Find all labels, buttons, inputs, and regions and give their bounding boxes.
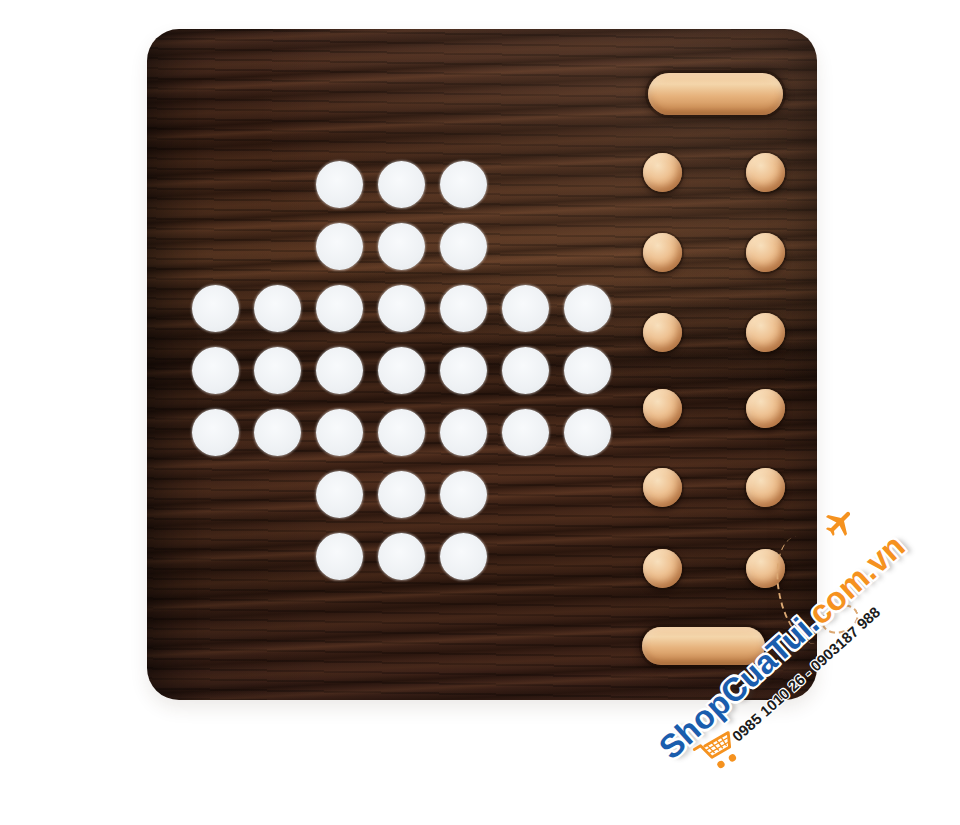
stored-peg-ball	[643, 153, 682, 192]
stored-peg-ball	[643, 313, 682, 352]
empty-hole	[192, 409, 239, 456]
empty-hole	[192, 347, 239, 394]
empty-hole	[378, 471, 425, 518]
stored-peg-ball	[746, 313, 785, 352]
empty-hole	[440, 223, 487, 270]
empty-hole	[378, 285, 425, 332]
stored-peg-ball	[746, 233, 785, 272]
empty-hole	[378, 533, 425, 580]
stored-peg-ball	[643, 233, 682, 272]
empty-hole	[316, 285, 363, 332]
empty-hole	[378, 223, 425, 270]
capsule-peg-slot-top	[648, 73, 783, 115]
empty-hole	[316, 533, 363, 580]
solitaire-board	[147, 29, 817, 700]
empty-hole	[502, 409, 549, 456]
empty-hole	[564, 285, 611, 332]
empty-hole	[316, 347, 363, 394]
empty-hole	[440, 285, 487, 332]
empty-hole	[440, 533, 487, 580]
empty-hole	[378, 161, 425, 208]
empty-hole	[316, 161, 363, 208]
product-photo-peg-solitaire: ShopCuaTui.com.vn 0985 1010 26 - 0903187…	[0, 0, 960, 825]
stored-peg-ball	[643, 549, 682, 588]
empty-hole	[316, 409, 363, 456]
stored-peg-ball	[643, 468, 682, 507]
empty-hole	[502, 347, 549, 394]
stored-peg-ball	[746, 468, 785, 507]
airplane-icon	[816, 499, 864, 547]
empty-hole	[564, 409, 611, 456]
empty-hole	[378, 409, 425, 456]
empty-hole	[192, 285, 239, 332]
empty-hole	[440, 409, 487, 456]
empty-hole	[378, 347, 425, 394]
stored-peg-ball	[746, 153, 785, 192]
stored-peg-ball	[643, 389, 682, 428]
stored-peg-ball	[746, 389, 785, 428]
empty-hole	[440, 471, 487, 518]
empty-hole	[440, 161, 487, 208]
empty-hole	[316, 223, 363, 270]
empty-hole	[440, 347, 487, 394]
empty-hole	[254, 285, 301, 332]
empty-hole	[254, 409, 301, 456]
empty-hole	[254, 347, 301, 394]
empty-hole	[316, 471, 363, 518]
empty-hole	[502, 285, 549, 332]
empty-hole	[564, 347, 611, 394]
